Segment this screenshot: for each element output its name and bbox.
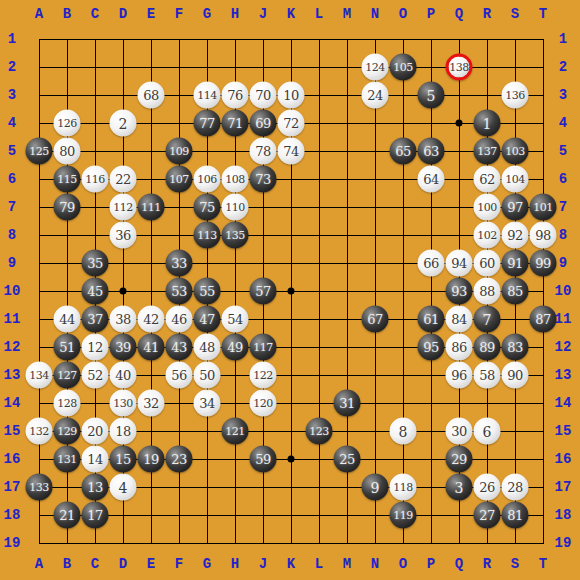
stone-white-30[interactable]: 30 <box>446 418 473 445</box>
stone-white-60[interactable]: 60 <box>474 250 501 277</box>
column-label-bottom: R <box>474 556 500 572</box>
grid-line-vertical <box>403 39 404 544</box>
column-label-bottom: J <box>250 556 276 572</box>
stone-white-10[interactable]: 10 <box>278 82 305 109</box>
stone-black-93[interactable]: 93 <box>446 278 473 305</box>
stone-white-100[interactable]: 100 <box>474 194 501 221</box>
move-number: 85 <box>507 285 523 298</box>
grid-line-vertical <box>319 39 320 544</box>
stone-black-53[interactable]: 53 <box>166 278 193 305</box>
move-number: 35 <box>87 257 103 270</box>
move-number: 118 <box>393 482 413 493</box>
stone-white-36[interactable]: 36 <box>110 222 137 249</box>
stone-white-114[interactable]: 114 <box>194 82 221 109</box>
move-number: 44 <box>59 313 75 326</box>
move-number: 1 <box>483 116 492 130</box>
move-number: 106 <box>197 174 217 185</box>
stone-black-111[interactable]: 111 <box>138 194 165 221</box>
move-number: 45 <box>87 285 103 298</box>
move-number: 6 <box>483 424 492 438</box>
column-label-top: C <box>82 6 108 22</box>
stone-white-136[interactable]: 136 <box>502 82 529 109</box>
move-number: 63 <box>423 145 439 158</box>
move-number: 43 <box>171 341 187 354</box>
move-number: 127 <box>57 370 77 381</box>
move-number: 3 <box>455 480 464 494</box>
stone-white-56[interactable]: 56 <box>166 362 193 389</box>
row-label-left: 14 <box>0 395 25 411</box>
stone-white-110[interactable]: 110 <box>222 194 249 221</box>
stone-black-71[interactable]: 71 <box>222 110 249 137</box>
move-number: 34 <box>199 397 215 410</box>
stone-white-18[interactable]: 18 <box>110 418 137 445</box>
grid-line-vertical <box>375 39 376 544</box>
stone-black-131[interactable]: 131 <box>54 446 81 473</box>
stone-black-9[interactable]: 9 <box>362 474 389 501</box>
stone-white-12[interactable]: 12 <box>82 334 109 361</box>
stone-black-113[interactable]: 113 <box>194 222 221 249</box>
column-label-top: M <box>334 6 360 22</box>
row-label-right: 13 <box>550 367 576 383</box>
stone-white-118[interactable]: 118 <box>390 474 417 501</box>
row-label-left: 16 <box>0 451 25 467</box>
stone-black-121[interactable]: 121 <box>222 418 249 445</box>
row-label-left: 2 <box>0 59 25 75</box>
move-number: 120 <box>253 398 273 409</box>
stone-black-43[interactable]: 43 <box>166 334 193 361</box>
stone-black-55[interactable]: 55 <box>194 278 221 305</box>
move-number: 29 <box>451 453 467 466</box>
column-label-top: Q <box>446 6 472 22</box>
move-number: 115 <box>57 174 77 185</box>
stone-white-120[interactable]: 120 <box>250 390 277 417</box>
stone-black-125[interactable]: 125 <box>26 138 53 165</box>
stone-black-25[interactable]: 25 <box>334 446 361 473</box>
move-number: 48 <box>199 341 215 354</box>
move-number: 46 <box>171 313 187 326</box>
move-number: 54 <box>227 313 243 326</box>
move-number: 98 <box>535 229 551 242</box>
stone-white-2[interactable]: 2 <box>110 110 137 137</box>
stone-black-29[interactable]: 29 <box>446 446 473 473</box>
row-label-right: 3 <box>550 87 576 103</box>
stone-white-84[interactable]: 84 <box>446 306 473 333</box>
row-label-right: 10 <box>550 283 576 299</box>
go-board-diagram: AABBCCDDEEFFGGHHJJKKLLMMNNOOPPQQRRSSTT11… <box>0 0 580 580</box>
move-number: 108 <box>225 174 245 185</box>
stone-white-112[interactable]: 112 <box>110 194 137 221</box>
stone-black-129[interactable]: 129 <box>54 418 81 445</box>
stone-white-58[interactable]: 58 <box>474 362 501 389</box>
move-number: 8 <box>399 424 408 438</box>
grid-line-horizontal <box>39 515 544 516</box>
column-label-bottom: S <box>502 556 528 572</box>
column-label-bottom: M <box>334 556 360 572</box>
stone-black-59[interactable]: 59 <box>250 446 277 473</box>
column-label-top: F <box>166 6 192 22</box>
stone-white-32[interactable]: 32 <box>138 390 165 417</box>
move-number: 111 <box>141 202 161 213</box>
column-label-top: H <box>222 6 248 22</box>
move-number: 126 <box>57 118 77 129</box>
move-number: 4 <box>119 480 128 494</box>
move-number: 17 <box>87 509 103 522</box>
stone-white-122[interactable]: 122 <box>250 362 277 389</box>
stone-white-96[interactable]: 96 <box>446 362 473 389</box>
stone-white-4[interactable]: 4 <box>110 474 137 501</box>
stone-black-27[interactable]: 27 <box>474 502 501 529</box>
move-number: 76 <box>227 89 243 102</box>
move-number: 2 <box>119 116 128 130</box>
move-number: 9 <box>371 480 380 494</box>
row-label-left: 12 <box>0 339 25 355</box>
column-label-top: B <box>54 6 80 22</box>
move-number: 75 <box>199 201 215 214</box>
stone-white-90[interactable]: 90 <box>502 362 529 389</box>
stone-black-33[interactable]: 33 <box>166 250 193 277</box>
move-number: 130 <box>113 398 133 409</box>
column-label-bottom: T <box>530 556 556 572</box>
stone-black-57[interactable]: 57 <box>250 278 277 305</box>
column-label-bottom: D <box>110 556 136 572</box>
stone-white-138-last-move[interactable]: 138 <box>446 54 473 81</box>
column-label-bottom: P <box>418 556 444 572</box>
move-number: 15 <box>115 453 131 466</box>
stone-white-70[interactable]: 70 <box>250 82 277 109</box>
stone-black-17[interactable]: 17 <box>82 502 109 529</box>
stone-white-76[interactable]: 76 <box>222 82 249 109</box>
stone-white-6[interactable]: 6 <box>474 418 501 445</box>
move-number: 67 <box>367 313 383 326</box>
stone-black-81[interactable]: 81 <box>502 502 529 529</box>
column-label-bottom: A <box>26 556 52 572</box>
stone-white-126[interactable]: 126 <box>54 110 81 137</box>
stone-white-40[interactable]: 40 <box>110 362 137 389</box>
move-number: 21 <box>59 509 75 522</box>
move-number: 55 <box>199 285 215 298</box>
column-label-bottom: F <box>166 556 192 572</box>
row-label-left: 4 <box>0 115 25 131</box>
stone-black-15[interactable]: 15 <box>110 446 137 473</box>
move-number: 131 <box>57 454 77 465</box>
column-label-top: A <box>26 6 52 22</box>
stone-black-95[interactable]: 95 <box>418 334 445 361</box>
column-label-top: L <box>306 6 332 22</box>
stone-white-102[interactable]: 102 <box>474 222 501 249</box>
move-number: 129 <box>57 426 77 437</box>
move-number: 100 <box>477 202 497 213</box>
stone-black-85[interactable]: 85 <box>502 278 529 305</box>
stone-black-117[interactable]: 117 <box>250 334 277 361</box>
stone-white-38[interactable]: 38 <box>110 306 137 333</box>
move-number: 86 <box>451 341 467 354</box>
stone-white-130[interactable]: 130 <box>110 390 137 417</box>
grid-line-vertical <box>431 39 432 544</box>
move-number: 133 <box>29 482 49 493</box>
stone-black-119[interactable]: 119 <box>390 502 417 529</box>
column-label-top: G <box>194 6 220 22</box>
move-number: 62 <box>479 173 495 186</box>
move-number: 41 <box>143 341 159 354</box>
stone-white-80[interactable]: 80 <box>54 138 81 165</box>
stone-white-124[interactable]: 124 <box>362 54 389 81</box>
stone-white-22[interactable]: 22 <box>110 166 137 193</box>
stone-white-116[interactable]: 116 <box>82 166 109 193</box>
move-number: 132 <box>29 426 49 437</box>
stone-white-26[interactable]: 26 <box>474 474 501 501</box>
stone-white-134[interactable]: 134 <box>26 362 53 389</box>
row-label-right: 18 <box>550 507 576 523</box>
move-number: 53 <box>171 285 187 298</box>
move-number: 49 <box>227 341 243 354</box>
stone-black-7[interactable]: 7 <box>474 306 501 333</box>
move-number: 38 <box>115 313 131 326</box>
move-number: 93 <box>451 285 467 298</box>
stone-black-91[interactable]: 91 <box>502 250 529 277</box>
stone-white-34[interactable]: 34 <box>194 390 221 417</box>
row-label-left: 19 <box>0 535 25 551</box>
stone-white-20[interactable]: 20 <box>82 418 109 445</box>
star-point <box>120 288 127 295</box>
row-label-left: 18 <box>0 507 25 523</box>
stone-black-23[interactable]: 23 <box>166 446 193 473</box>
move-number: 89 <box>479 341 495 354</box>
stone-white-86[interactable]: 86 <box>446 334 473 361</box>
move-number: 84 <box>451 313 467 326</box>
move-number: 51 <box>59 341 75 354</box>
move-number: 68 <box>143 89 159 102</box>
row-label-right: 2 <box>550 59 576 75</box>
stone-black-109[interactable]: 109 <box>166 138 193 165</box>
row-label-left: 17 <box>0 479 25 495</box>
stone-black-97[interactable]: 97 <box>502 194 529 221</box>
move-number: 101 <box>533 202 553 213</box>
move-number: 50 <box>199 369 215 382</box>
stone-black-47[interactable]: 47 <box>194 306 221 333</box>
move-number: 97 <box>507 201 523 214</box>
move-number: 114 <box>197 90 217 101</box>
stone-white-88[interactable]: 88 <box>474 278 501 305</box>
stone-black-5[interactable]: 5 <box>418 82 445 109</box>
move-number: 58 <box>479 369 495 382</box>
stone-black-21[interactable]: 21 <box>54 502 81 529</box>
move-number: 14 <box>87 453 103 466</box>
stone-black-87[interactable]: 87 <box>530 306 557 333</box>
move-number: 81 <box>507 509 523 522</box>
column-label-top: O <box>390 6 416 22</box>
row-label-left: 11 <box>0 311 25 327</box>
row-label-right: 14 <box>550 395 576 411</box>
stone-white-98[interactable]: 98 <box>530 222 557 249</box>
move-number: 125 <box>29 146 49 157</box>
row-label-right: 19 <box>550 535 576 551</box>
move-number: 80 <box>59 145 75 158</box>
move-number: 42 <box>143 313 159 326</box>
stone-black-73[interactable]: 73 <box>250 166 277 193</box>
move-number: 23 <box>171 453 187 466</box>
move-number: 72 <box>283 117 299 130</box>
stone-black-1[interactable]: 1 <box>474 110 501 137</box>
stone-black-99[interactable]: 99 <box>530 250 557 277</box>
stone-black-65[interactable]: 65 <box>390 138 417 165</box>
row-label-right: 4 <box>550 115 576 131</box>
column-label-top: P <box>418 6 444 22</box>
row-label-right: 5 <box>550 143 576 159</box>
stone-black-115[interactable]: 115 <box>54 166 81 193</box>
stone-white-106[interactable]: 106 <box>194 166 221 193</box>
move-number: 73 <box>255 173 271 186</box>
move-number: 27 <box>479 509 495 522</box>
stone-black-135[interactable]: 135 <box>222 222 249 249</box>
stone-white-92[interactable]: 92 <box>502 222 529 249</box>
row-label-right: 6 <box>550 171 576 187</box>
stone-white-8[interactable]: 8 <box>390 418 417 445</box>
column-label-bottom: O <box>390 556 416 572</box>
stone-white-14[interactable]: 14 <box>82 446 109 473</box>
move-number: 122 <box>253 370 273 381</box>
stone-white-132[interactable]: 132 <box>26 418 53 445</box>
move-number: 128 <box>57 398 77 409</box>
column-label-bottom: Q <box>446 556 472 572</box>
move-number: 134 <box>29 370 49 381</box>
move-number: 12 <box>87 341 103 354</box>
stone-black-13[interactable]: 13 <box>82 474 109 501</box>
stone-black-133[interactable]: 133 <box>26 474 53 501</box>
stone-black-101[interactable]: 101 <box>530 194 557 221</box>
stone-black-69[interactable]: 69 <box>250 110 277 137</box>
row-label-left: 10 <box>0 283 25 299</box>
stone-white-64[interactable]: 64 <box>418 166 445 193</box>
row-label-left: 3 <box>0 87 25 103</box>
stone-white-94[interactable]: 94 <box>446 250 473 277</box>
stone-black-37[interactable]: 37 <box>82 306 109 333</box>
move-number: 110 <box>225 202 245 213</box>
move-number: 116 <box>85 174 105 185</box>
stone-black-51[interactable]: 51 <box>54 334 81 361</box>
column-label-top: J <box>250 6 276 22</box>
column-label-bottom: E <box>138 556 164 572</box>
move-number: 135 <box>225 230 245 241</box>
move-number: 5 <box>427 88 436 102</box>
stone-black-137[interactable]: 137 <box>474 138 501 165</box>
move-number: 112 <box>113 202 133 213</box>
column-label-bottom: L <box>306 556 332 572</box>
stone-black-35[interactable]: 35 <box>82 250 109 277</box>
row-label-left: 5 <box>0 143 25 159</box>
stone-black-107[interactable]: 107 <box>166 166 193 193</box>
move-number: 39 <box>115 341 131 354</box>
move-number: 56 <box>171 369 187 382</box>
stone-white-72[interactable]: 72 <box>278 110 305 137</box>
move-number: 70 <box>255 89 271 102</box>
stone-black-41[interactable]: 41 <box>138 334 165 361</box>
row-label-right: 15 <box>550 423 576 439</box>
move-number: 119 <box>393 510 413 521</box>
move-number: 109 <box>169 146 189 157</box>
stone-white-68[interactable]: 68 <box>138 82 165 109</box>
move-number: 102 <box>477 230 497 241</box>
stone-black-45[interactable]: 45 <box>82 278 109 305</box>
stone-white-28[interactable]: 28 <box>502 474 529 501</box>
stone-black-67[interactable]: 67 <box>362 306 389 333</box>
move-number: 57 <box>255 285 271 298</box>
stone-white-108[interactable]: 108 <box>222 166 249 193</box>
row-label-left: 8 <box>0 227 25 243</box>
stone-white-128[interactable]: 128 <box>54 390 81 417</box>
stone-black-127[interactable]: 127 <box>54 362 81 389</box>
stone-white-46[interactable]: 46 <box>166 306 193 333</box>
stone-white-54[interactable]: 54 <box>222 306 249 333</box>
stone-black-61[interactable]: 61 <box>418 306 445 333</box>
grid-line-vertical <box>543 39 544 544</box>
stone-black-77[interactable]: 77 <box>194 110 221 137</box>
row-label-right: 17 <box>550 479 576 495</box>
stone-white-48[interactable]: 48 <box>194 334 221 361</box>
stone-black-89[interactable]: 89 <box>474 334 501 361</box>
stone-black-105[interactable]: 105 <box>390 54 417 81</box>
grid-line-horizontal <box>39 543 544 544</box>
row-label-right: 1 <box>550 31 576 47</box>
move-number: 28 <box>507 481 523 494</box>
stone-black-63[interactable]: 63 <box>418 138 445 165</box>
move-number: 94 <box>451 257 467 270</box>
move-number: 83 <box>507 341 523 354</box>
stone-white-104[interactable]: 104 <box>502 166 529 193</box>
stone-white-42[interactable]: 42 <box>138 306 165 333</box>
stone-black-75[interactable]: 75 <box>194 194 221 221</box>
stone-white-78[interactable]: 78 <box>250 138 277 165</box>
move-number: 137 <box>477 146 497 157</box>
row-label-left: 7 <box>0 199 25 215</box>
stone-white-44[interactable]: 44 <box>54 306 81 333</box>
column-label-top: T <box>530 6 556 22</box>
move-number: 121 <box>225 426 245 437</box>
move-number: 18 <box>115 425 131 438</box>
stone-white-50[interactable]: 50 <box>194 362 221 389</box>
stone-white-66[interactable]: 66 <box>418 250 445 277</box>
column-label-bottom: H <box>222 556 248 572</box>
move-number: 22 <box>115 173 131 186</box>
stone-black-19[interactable]: 19 <box>138 446 165 473</box>
stone-black-83[interactable]: 83 <box>502 334 529 361</box>
column-label-bottom: N <box>362 556 388 572</box>
stone-black-39[interactable]: 39 <box>110 334 137 361</box>
column-label-top: D <box>110 6 136 22</box>
stone-black-123[interactable]: 123 <box>306 418 333 445</box>
stone-black-79[interactable]: 79 <box>54 194 81 221</box>
stone-white-52[interactable]: 52 <box>82 362 109 389</box>
stone-white-74[interactable]: 74 <box>278 138 305 165</box>
stone-black-103[interactable]: 103 <box>502 138 529 165</box>
row-label-left: 1 <box>0 31 25 47</box>
move-number: 71 <box>227 117 243 130</box>
move-number: 32 <box>143 397 159 410</box>
row-label-left: 15 <box>0 423 25 439</box>
move-number: 113 <box>197 230 217 241</box>
move-number: 52 <box>87 369 103 382</box>
stone-black-3[interactable]: 3 <box>446 474 473 501</box>
stone-black-31[interactable]: 31 <box>334 390 361 417</box>
column-label-top: S <box>502 6 528 22</box>
row-label-left: 6 <box>0 171 25 187</box>
stone-white-62[interactable]: 62 <box>474 166 501 193</box>
move-number: 19 <box>143 453 159 466</box>
column-label-bottom: G <box>194 556 220 572</box>
stone-white-24[interactable]: 24 <box>362 82 389 109</box>
move-number: 59 <box>255 453 271 466</box>
move-number: 107 <box>169 174 189 185</box>
stone-black-49[interactable]: 49 <box>222 334 249 361</box>
